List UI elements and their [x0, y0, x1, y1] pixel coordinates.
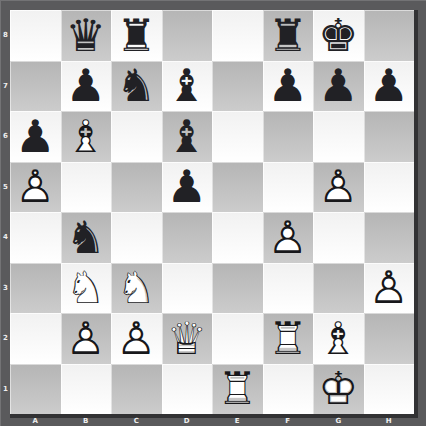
piece-outline: ♙	[314, 163, 362, 211]
file-label-f: F	[285, 417, 290, 425]
square-a7[interactable]	[10, 61, 61, 112]
square-c1[interactable]	[111, 364, 162, 415]
piece-black-knight[interactable]: ♞	[112, 62, 160, 110]
square-e6[interactable]	[212, 111, 263, 162]
piece-glyph: ♜	[112, 11, 160, 59]
square-f2[interactable]: ♜♖	[263, 313, 314, 364]
piece-black-knight[interactable]: ♞	[62, 213, 110, 261]
square-g4[interactable]	[313, 212, 364, 263]
piece-glyph: ♟	[314, 62, 362, 110]
piece-glyph: ♟	[264, 62, 312, 110]
piece-white-pawn[interactable]: ♟♙	[264, 213, 312, 261]
piece-glyph: ♝	[163, 62, 211, 110]
square-g7[interactable]: ♟	[313, 61, 364, 112]
piece-white-bishop[interactable]: ♝♗	[62, 112, 110, 160]
piece-outline: ♙	[11, 163, 59, 211]
rank-label-2: 2	[1, 334, 10, 342]
square-f7[interactable]: ♟	[263, 61, 314, 112]
file-label-g: G	[335, 417, 341, 425]
piece-glyph: ♟	[163, 163, 211, 211]
square-f6[interactable]	[263, 111, 314, 162]
square-b8[interactable]: ♛	[61, 10, 112, 61]
piece-black-bishop[interactable]: ♝	[163, 112, 211, 160]
piece-outline: ♙	[62, 314, 110, 362]
piece-glyph: ♜	[264, 11, 312, 59]
piece-outline: ♔	[314, 365, 362, 413]
square-h6[interactable]	[364, 111, 415, 162]
square-c2[interactable]: ♟♙	[111, 313, 162, 364]
piece-black-pawn[interactable]: ♟	[264, 62, 312, 110]
square-e1[interactable]: ♜♖	[212, 364, 263, 415]
square-d2[interactable]: ♛♕	[162, 313, 213, 364]
square-e4[interactable]	[212, 212, 263, 263]
piece-outline: ♙	[112, 314, 160, 362]
square-a4[interactable]	[10, 212, 61, 263]
square-h2[interactable]	[364, 313, 415, 364]
piece-outline: ♖	[213, 365, 261, 413]
piece-glyph: ♟	[11, 112, 59, 160]
piece-white-bishop[interactable]: ♝♗	[314, 314, 362, 362]
piece-outline: ♕	[163, 314, 211, 362]
square-a3[interactable]	[10, 263, 61, 314]
square-b3[interactable]: ♞♘	[61, 263, 112, 314]
square-d6[interactable]: ♝	[162, 111, 213, 162]
piece-black-queen[interactable]: ♛	[62, 11, 110, 59]
square-h3[interactable]: ♟♙	[364, 263, 415, 314]
piece-glyph: ♞	[112, 62, 160, 110]
piece-black-pawn[interactable]: ♟	[11, 112, 59, 160]
square-b5[interactable]	[61, 162, 112, 213]
piece-white-rook[interactable]: ♜♖	[264, 314, 312, 362]
file-label-e: E	[235, 417, 240, 425]
piece-black-pawn[interactable]: ♟	[314, 62, 362, 110]
square-d1[interactable]	[162, 364, 213, 415]
file-label-h: H	[386, 417, 392, 425]
square-d4[interactable]	[162, 212, 213, 263]
piece-white-knight[interactable]: ♞♘	[112, 264, 160, 312]
square-g3[interactable]	[313, 263, 364, 314]
square-g8[interactable]: ♚	[313, 10, 364, 61]
piece-outline: ♙	[365, 264, 413, 312]
square-b6[interactable]: ♝♗	[61, 111, 112, 162]
piece-white-queen[interactable]: ♛♕	[163, 314, 211, 362]
rank-label-7: 7	[1, 82, 10, 90]
piece-black-rook[interactable]: ♜	[112, 11, 160, 59]
square-g6[interactable]	[313, 111, 364, 162]
square-c6[interactable]	[111, 111, 162, 162]
rank-label-6: 6	[1, 132, 10, 140]
piece-outline: ♘	[62, 264, 110, 312]
piece-black-rook[interactable]: ♜	[264, 11, 312, 59]
square-c7[interactable]: ♞	[111, 61, 162, 112]
square-f4[interactable]: ♟♙	[263, 212, 314, 263]
square-a2[interactable]	[10, 313, 61, 364]
square-c3[interactable]: ♞♘	[111, 263, 162, 314]
piece-white-pawn[interactable]: ♟♙	[62, 314, 110, 362]
square-g2[interactable]: ♝♗	[313, 313, 364, 364]
square-b1[interactable]	[61, 364, 112, 415]
square-g5[interactable]: ♟♙	[313, 162, 364, 213]
square-g1[interactable]: ♚♔	[313, 364, 364, 415]
piece-outline: ♙	[264, 213, 312, 261]
rank-label-1: 1	[1, 385, 10, 393]
piece-glyph: ♚	[314, 11, 362, 59]
piece-glyph: ♞	[62, 213, 110, 261]
square-d7[interactable]: ♝	[162, 61, 213, 112]
piece-white-pawn[interactable]: ♟♙	[11, 163, 59, 211]
rank-label-5: 5	[1, 183, 10, 191]
piece-glyph: ♛	[62, 11, 110, 59]
chess-board-frame: ♛♜♜♚♟♞♝♟♟♟♟♝♗♝♟♙♟♟♙♞♟♙♞♘♞♘♟♙♟♙♟♙♛♕♜♖♝♗♜♖…	[0, 0, 426, 426]
square-c8[interactable]: ♜	[111, 10, 162, 61]
square-f8[interactable]: ♜	[263, 10, 314, 61]
square-a1[interactable]	[10, 364, 61, 415]
square-b4[interactable]: ♞	[61, 212, 112, 263]
piece-black-king[interactable]: ♚	[314, 11, 362, 59]
piece-outline: ♗	[62, 112, 110, 160]
square-c4[interactable]	[111, 212, 162, 263]
file-label-d: D	[184, 417, 190, 425]
square-f1[interactable]	[263, 364, 314, 415]
piece-white-knight[interactable]: ♞♘	[62, 264, 110, 312]
piece-glyph: ♟	[62, 62, 110, 110]
piece-white-rook[interactable]: ♜♖	[213, 365, 261, 413]
piece-black-pawn[interactable]: ♟	[365, 62, 413, 110]
square-h7[interactable]: ♟	[364, 61, 415, 112]
piece-glyph: ♝	[163, 112, 211, 160]
square-e8[interactable]	[212, 10, 263, 61]
file-label-b: B	[83, 417, 88, 425]
piece-white-pawn[interactable]: ♟♙	[365, 264, 413, 312]
square-d5[interactable]: ♟	[162, 162, 213, 213]
square-a5[interactable]: ♟♙	[10, 162, 61, 213]
file-label-a: A	[33, 417, 38, 425]
square-d3[interactable]	[162, 263, 213, 314]
piece-white-pawn[interactable]: ♟♙	[314, 163, 362, 211]
square-e3[interactable]	[212, 263, 263, 314]
rank-label-8: 8	[1, 31, 10, 39]
piece-outline: ♖	[264, 314, 312, 362]
piece-black-pawn[interactable]: ♟	[163, 163, 211, 211]
rank-label-4: 4	[1, 233, 10, 241]
square-e2[interactable]	[212, 313, 263, 364]
chess-board: ♛♜♜♚♟♞♝♟♟♟♟♝♗♝♟♙♟♟♙♞♟♙♞♘♞♘♟♙♟♙♟♙♛♕♜♖♝♗♜♖…	[10, 10, 418, 418]
piece-outline: ♗	[314, 314, 362, 362]
piece-black-bishop[interactable]: ♝	[163, 62, 211, 110]
piece-outline: ♘	[112, 264, 160, 312]
square-a6[interactable]: ♟	[10, 111, 61, 162]
square-c5[interactable]	[111, 162, 162, 213]
file-label-c: C	[134, 417, 139, 425]
piece-black-pawn[interactable]: ♟	[62, 62, 110, 110]
piece-white-king[interactable]: ♚♔	[314, 365, 362, 413]
piece-glyph: ♟	[365, 62, 413, 110]
square-h1[interactable]	[364, 364, 415, 415]
square-h8[interactable]	[364, 10, 415, 61]
square-b7[interactable]: ♟	[61, 61, 112, 112]
square-b2[interactable]: ♟♙	[61, 313, 112, 364]
rank-label-3: 3	[1, 284, 10, 292]
piece-white-pawn[interactable]: ♟♙	[112, 314, 160, 362]
square-e5[interactable]	[212, 162, 263, 213]
square-d8[interactable]	[162, 10, 213, 61]
square-h4[interactable]	[364, 212, 415, 263]
square-f3[interactable]	[263, 263, 314, 314]
square-h5[interactable]	[364, 162, 415, 213]
square-a8[interactable]	[10, 10, 61, 61]
square-f5[interactable]	[263, 162, 314, 213]
square-e7[interactable]	[212, 61, 263, 112]
